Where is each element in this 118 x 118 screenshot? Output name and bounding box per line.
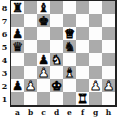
square-f4[interactable] [76,53,89,66]
file-label-e: e [63,108,76,117]
square-b2[interactable]: ♟ [24,79,37,92]
square-d7[interactable] [50,14,63,27]
square-c2[interactable] [37,79,50,92]
square-h3[interactable] [102,66,115,79]
rank-label-5: 5 [0,40,9,53]
square-c5[interactable] [37,40,50,53]
black-queen-piece: ♛ [12,40,23,53]
file-labels: abcdefgh [11,107,115,118]
square-a4[interactable] [11,53,24,66]
square-g1[interactable] [89,92,102,105]
square-d6[interactable] [50,27,63,40]
square-e3[interactable]: ♝ [63,66,76,79]
square-e4[interactable] [63,53,76,66]
square-d2[interactable]: ♚ [50,79,63,92]
square-c1[interactable] [37,92,50,105]
white-pawn-piece: ♟ [38,66,49,79]
white-pawn-piece: ♟ [90,79,101,92]
chess-diagram: 87654321 ♜♝♚♟♛♛♞♟♞♟♝♟♟♚♟♟♜ abcdefgh [0,0,118,118]
black-pawn-piece: ♟ [12,79,23,92]
white-pawn-piece: ♟ [25,79,36,92]
square-h4[interactable] [102,53,115,66]
square-f6[interactable] [76,27,89,40]
black-bishop-piece: ♝ [38,1,49,14]
file-label-b: b [24,108,37,117]
square-h1[interactable] [102,92,115,105]
square-c8[interactable]: ♝ [37,1,50,14]
rank-label-1: 1 [0,92,9,105]
square-d4[interactable]: ♞ [50,53,63,66]
square-a1[interactable] [11,92,24,105]
square-b7[interactable] [24,14,37,27]
square-h5[interactable] [102,40,115,53]
square-b6[interactable] [24,27,37,40]
rank-label-8: 8 [0,1,9,14]
square-h7[interactable] [102,14,115,27]
white-pawn-piece: ♟ [103,79,114,92]
file-label-h: h [102,108,115,117]
square-f5[interactable] [76,40,89,53]
square-e1[interactable] [63,92,76,105]
square-f2[interactable] [76,79,89,92]
black-pawn-piece: ♟ [12,27,23,40]
square-a2[interactable]: ♟ [11,79,24,92]
square-e5[interactable]: ♞ [63,40,76,53]
file-label-a: a [11,108,24,117]
square-g5[interactable] [89,40,102,53]
square-g8[interactable] [89,1,102,14]
square-f1[interactable]: ♜ [76,92,89,105]
black-rook-piece: ♜ [12,1,23,14]
file-label-f: f [76,108,89,117]
black-knight-piece: ♞ [64,40,75,53]
white-queen-piece: ♛ [64,27,75,40]
black-king-piece: ♚ [38,14,49,27]
square-b8[interactable] [24,1,37,14]
square-h6[interactable] [102,27,115,40]
white-rook-piece: ♜ [77,92,88,105]
square-c3[interactable]: ♟ [37,66,50,79]
rank-label-2: 2 [0,79,9,92]
square-g4[interactable] [89,53,102,66]
rank-label-3: 3 [0,66,9,79]
square-a6[interactable]: ♟ [11,27,24,40]
rank-label-7: 7 [0,14,9,27]
square-c4[interactable]: ♟ [37,53,50,66]
square-b3[interactable] [24,66,37,79]
square-h8[interactable] [102,1,115,14]
square-g6[interactable] [89,27,102,40]
square-g2[interactable]: ♟ [89,79,102,92]
square-c7[interactable]: ♚ [37,14,50,27]
file-label-c: c [37,108,50,117]
square-b5[interactable] [24,40,37,53]
white-king-piece: ♚ [51,79,62,92]
white-bishop-piece: ♝ [64,66,75,79]
square-d5[interactable] [50,40,63,53]
square-b4[interactable] [24,53,37,66]
square-a5[interactable]: ♛ [11,40,24,53]
square-d1[interactable] [50,92,63,105]
rank-labels: 87654321 [0,1,9,105]
file-label-d: d [50,108,63,117]
square-a7[interactable] [11,14,24,27]
square-g7[interactable] [89,14,102,27]
square-g3[interactable] [89,66,102,79]
square-f3[interactable] [76,66,89,79]
square-h2[interactable]: ♟ [102,79,115,92]
white-knight-piece: ♞ [51,53,62,66]
file-label-g: g [89,108,102,117]
square-e2[interactable] [63,79,76,92]
square-a3[interactable] [11,66,24,79]
square-e7[interactable] [63,14,76,27]
square-e6[interactable]: ♛ [63,27,76,40]
black-pawn-piece: ♟ [38,53,49,66]
square-d8[interactable] [50,1,63,14]
square-b1[interactable] [24,92,37,105]
square-e8[interactable] [63,1,76,14]
rank-label-6: 6 [0,27,9,40]
square-f7[interactable] [76,14,89,27]
rank-label-4: 4 [0,53,9,66]
square-f8[interactable] [76,1,89,14]
square-a8[interactable]: ♜ [11,1,24,14]
square-d3[interactable] [50,66,63,79]
chess-board: ♜♝♚♟♛♛♞♟♞♟♝♟♟♚♟♟♜ [10,0,117,107]
square-c6[interactable] [37,27,50,40]
